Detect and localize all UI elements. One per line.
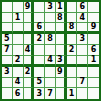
cell-r3c3[interactable] bbox=[24, 23, 35, 34]
cell-r9c3[interactable] bbox=[24, 88, 35, 99]
cell-r1c6[interactable]: 1 bbox=[56, 2, 67, 13]
cell-r9c9[interactable] bbox=[88, 88, 99, 99]
cell-r6c5[interactable]: 4 bbox=[45, 56, 56, 67]
cell-r4c3[interactable] bbox=[24, 34, 35, 45]
cell-r1c4[interactable] bbox=[34, 2, 45, 13]
cell-r4c1[interactable]: 5 bbox=[2, 34, 13, 45]
cell-r9c2[interactable]: 6 bbox=[13, 88, 24, 99]
cell-r5c8[interactable] bbox=[77, 45, 88, 56]
cell-r5c7[interactable]: 2 bbox=[67, 45, 78, 56]
cell-r8c3[interactable] bbox=[24, 78, 35, 89]
cell-r1c1[interactable] bbox=[2, 2, 13, 13]
cell-r6c7[interactable] bbox=[67, 56, 78, 67]
cell-r4c2[interactable] bbox=[13, 34, 24, 45]
cell-r5c4[interactable] bbox=[34, 45, 45, 56]
cell-r8c7[interactable] bbox=[67, 78, 78, 89]
cell-r6c1[interactable] bbox=[2, 56, 13, 67]
cell-r9c1[interactable] bbox=[2, 88, 13, 99]
cell-r9c5[interactable]: 7 bbox=[45, 88, 56, 99]
cell-r8c8[interactable]: 7 bbox=[77, 78, 88, 89]
cell-r7c2[interactable] bbox=[13, 67, 24, 78]
cell-r7c1[interactable]: 3 bbox=[2, 67, 13, 78]
cell-r8c2[interactable]: 4 bbox=[13, 78, 24, 89]
cell-r1c3[interactable]: 9 bbox=[24, 2, 35, 13]
cell-r8c1[interactable] bbox=[2, 78, 13, 89]
cell-r1c5[interactable]: 3 bbox=[45, 2, 56, 13]
cell-r3c1[interactable] bbox=[2, 23, 13, 34]
cell-r9c8[interactable] bbox=[77, 88, 88, 99]
cell-r5c1[interactable]: 7 bbox=[2, 45, 13, 56]
cell-r2c2[interactable]: 1 bbox=[13, 13, 24, 24]
cell-r7c8[interactable] bbox=[77, 67, 88, 78]
cell-r6c8[interactable] bbox=[77, 56, 88, 67]
cell-r8c4[interactable]: 5 bbox=[34, 78, 45, 89]
cell-r3c5[interactable] bbox=[45, 23, 56, 34]
cell-r1c9[interactable] bbox=[88, 2, 99, 13]
cell-r4c5[interactable]: 8 bbox=[45, 34, 56, 45]
cell-r7c9[interactable] bbox=[88, 67, 99, 78]
cell-r8c6[interactable] bbox=[56, 78, 67, 89]
cell-r4c7[interactable] bbox=[67, 34, 78, 45]
cell-r1c2[interactable] bbox=[13, 2, 24, 13]
cell-r5c3[interactable]: 4 bbox=[24, 45, 35, 56]
sudoku-board: 93161846895283742624313294576371 bbox=[0, 0, 101, 101]
cell-r3c6[interactable] bbox=[56, 23, 67, 34]
cell-r9c6[interactable] bbox=[56, 88, 67, 99]
cell-r2c1[interactable] bbox=[2, 13, 13, 24]
cell-r7c6[interactable]: 9 bbox=[56, 67, 67, 78]
cell-r7c5[interactable] bbox=[45, 67, 56, 78]
cell-r6c2[interactable]: 2 bbox=[13, 56, 24, 67]
cell-r4c8[interactable]: 3 bbox=[77, 34, 88, 45]
cell-r1c8[interactable]: 6 bbox=[77, 2, 88, 13]
cell-r3c2[interactable] bbox=[13, 23, 24, 34]
cell-r4c9[interactable] bbox=[88, 34, 99, 45]
cell-r3c9[interactable]: 9 bbox=[88, 23, 99, 34]
cell-r2c8[interactable]: 4 bbox=[77, 13, 88, 24]
cell-r6c3[interactable] bbox=[24, 56, 35, 67]
cell-r1c7[interactable] bbox=[67, 2, 78, 13]
cell-r3c7[interactable]: 8 bbox=[67, 23, 78, 34]
cell-r6c9[interactable]: 1 bbox=[88, 56, 99, 67]
cell-r4c4[interactable]: 2 bbox=[34, 34, 45, 45]
cell-r2c3[interactable] bbox=[24, 13, 35, 24]
cell-r7c3[interactable]: 2 bbox=[24, 67, 35, 78]
cell-r9c7[interactable]: 1 bbox=[67, 88, 78, 99]
cell-r9c4[interactable]: 3 bbox=[34, 88, 45, 99]
cell-r2c6[interactable]: 8 bbox=[56, 13, 67, 24]
cell-r7c7[interactable] bbox=[67, 67, 78, 78]
cell-r4c6[interactable] bbox=[56, 34, 67, 45]
cell-r7c4[interactable] bbox=[34, 67, 45, 78]
cell-r8c5[interactable] bbox=[45, 78, 56, 89]
cell-r3c8[interactable] bbox=[77, 23, 88, 34]
cell-r2c5[interactable] bbox=[45, 13, 56, 24]
cell-r6c4[interactable] bbox=[34, 56, 45, 67]
cell-r8c9[interactable] bbox=[88, 78, 99, 89]
cell-r3c4[interactable]: 6 bbox=[34, 23, 45, 34]
cell-r6c6[interactable]: 3 bbox=[56, 56, 67, 67]
